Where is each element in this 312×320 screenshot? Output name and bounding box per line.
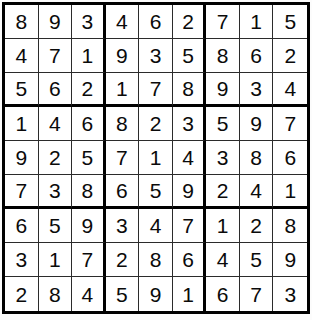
- sudoku-cell-r5c1[interactable]: 9: [5, 141, 39, 175]
- sudoku-cell-r1c3[interactable]: 3: [72, 5, 106, 39]
- sudoku-cell-r4c6[interactable]: 3: [173, 107, 207, 141]
- sudoku-cell-r7c8[interactable]: 2: [240, 209, 274, 243]
- sudoku-cell-r7c2[interactable]: 5: [39, 209, 73, 243]
- sudoku-cell-r9c9[interactable]: 3: [273, 277, 307, 311]
- sudoku-cell-r1c6[interactable]: 2: [173, 5, 207, 39]
- sudoku-cell-r4c2[interactable]: 4: [39, 107, 73, 141]
- sudoku-cell-r8c1[interactable]: 3: [5, 243, 39, 277]
- sudoku-cell-r3c7[interactable]: 9: [206, 73, 240, 107]
- sudoku-cell-r6c7[interactable]: 2: [206, 175, 240, 209]
- sudoku-cell-r8c4[interactable]: 2: [106, 243, 140, 277]
- sudoku-cell-r7c1[interactable]: 6: [5, 209, 39, 243]
- sudoku-cell-r5c8[interactable]: 8: [240, 141, 274, 175]
- sudoku-cell-r5c6[interactable]: 4: [173, 141, 207, 175]
- sudoku-cell-r4c3[interactable]: 6: [72, 107, 106, 141]
- sudoku-cell-r6c5[interactable]: 5: [139, 175, 173, 209]
- sudoku-cell-r2c8[interactable]: 6: [240, 39, 274, 73]
- sudoku-cell-r9c3[interactable]: 4: [72, 277, 106, 311]
- sudoku-cell-r6c3[interactable]: 8: [72, 175, 106, 209]
- sudoku-cell-r5c9[interactable]: 6: [273, 141, 307, 175]
- sudoku-cell-r7c5[interactable]: 4: [139, 209, 173, 243]
- sudoku-cell-r6c9[interactable]: 1: [273, 175, 307, 209]
- sudoku-cell-r2c4[interactable]: 9: [106, 39, 140, 73]
- sudoku-cell-r4c8[interactable]: 9: [240, 107, 274, 141]
- sudoku-cell-r3c4[interactable]: 1: [106, 73, 140, 107]
- sudoku-cell-r9c8[interactable]: 7: [240, 277, 274, 311]
- sudoku-cell-r2c3[interactable]: 1: [72, 39, 106, 73]
- sudoku-cell-r7c3[interactable]: 9: [72, 209, 106, 243]
- sudoku-cell-r5c4[interactable]: 7: [106, 141, 140, 175]
- sudoku-cell-r6c1[interactable]: 7: [5, 175, 39, 209]
- sudoku-cell-r4c5[interactable]: 2: [139, 107, 173, 141]
- sudoku-cell-r8c3[interactable]: 7: [72, 243, 106, 277]
- sudoku-cell-r5c7[interactable]: 3: [206, 141, 240, 175]
- sudoku-cell-r2c2[interactable]: 7: [39, 39, 73, 73]
- sudoku-cell-r9c2[interactable]: 8: [39, 277, 73, 311]
- sudoku-cell-r9c6[interactable]: 1: [173, 277, 207, 311]
- sudoku-cell-r8c8[interactable]: 5: [240, 243, 274, 277]
- sudoku-cell-r2c9[interactable]: 2: [273, 39, 307, 73]
- sudoku-cell-r5c3[interactable]: 5: [72, 141, 106, 175]
- sudoku-cell-r9c1[interactable]: 2: [5, 277, 39, 311]
- sudoku-cell-r3c2[interactable]: 6: [39, 73, 73, 107]
- sudoku-cell-r7c6[interactable]: 7: [173, 209, 207, 243]
- sudoku-cell-r1c9[interactable]: 5: [273, 5, 307, 39]
- sudoku-cell-r3c1[interactable]: 5: [5, 73, 39, 107]
- sudoku-cell-r3c8[interactable]: 3: [240, 73, 274, 107]
- sudoku-cell-r9c7[interactable]: 6: [206, 277, 240, 311]
- sudoku-cell-r2c7[interactable]: 8: [206, 39, 240, 73]
- sudoku-cell-r8c5[interactable]: 8: [139, 243, 173, 277]
- sudoku-cell-r1c8[interactable]: 1: [240, 5, 274, 39]
- sudoku-cell-r1c5[interactable]: 6: [139, 5, 173, 39]
- sudoku-cell-r4c7[interactable]: 5: [206, 107, 240, 141]
- sudoku-app: 8934627154719358625621789341468235979257…: [0, 0, 312, 320]
- sudoku-cell-r6c8[interactable]: 4: [240, 175, 274, 209]
- sudoku-cell-r2c5[interactable]: 3: [139, 39, 173, 73]
- sudoku-cell-r7c7[interactable]: 1: [206, 209, 240, 243]
- sudoku-cell-r3c9[interactable]: 4: [273, 73, 307, 107]
- sudoku-cell-r6c4[interactable]: 6: [106, 175, 140, 209]
- sudoku-cell-r2c1[interactable]: 4: [5, 39, 39, 73]
- sudoku-cell-r3c3[interactable]: 2: [72, 73, 106, 107]
- sudoku-cell-r8c2[interactable]: 1: [39, 243, 73, 277]
- sudoku-cell-r1c4[interactable]: 4: [106, 5, 140, 39]
- sudoku-cell-r1c1[interactable]: 8: [5, 5, 39, 39]
- sudoku-cell-r1c2[interactable]: 9: [39, 5, 73, 39]
- sudoku-cell-r3c6[interactable]: 8: [173, 73, 207, 107]
- sudoku-cell-r8c6[interactable]: 6: [173, 243, 207, 277]
- sudoku-cell-r8c9[interactable]: 9: [273, 243, 307, 277]
- sudoku-cell-r5c5[interactable]: 1: [139, 141, 173, 175]
- sudoku-cell-r6c6[interactable]: 9: [173, 175, 207, 209]
- sudoku-cell-r3c5[interactable]: 7: [139, 73, 173, 107]
- sudoku-cell-r9c4[interactable]: 5: [106, 277, 140, 311]
- sudoku-cell-r7c9[interactable]: 8: [273, 209, 307, 243]
- sudoku-cell-r4c1[interactable]: 1: [5, 107, 39, 141]
- sudoku-cell-r1c7[interactable]: 7: [206, 5, 240, 39]
- sudoku-board: 8934627154719358625621789341468235979257…: [2, 2, 310, 314]
- sudoku-cell-r4c9[interactable]: 7: [273, 107, 307, 141]
- sudoku-cell-r8c7[interactable]: 4: [206, 243, 240, 277]
- sudoku-cell-r4c4[interactable]: 8: [106, 107, 140, 141]
- sudoku-cell-r2c6[interactable]: 5: [173, 39, 207, 73]
- sudoku-cell-r5c2[interactable]: 2: [39, 141, 73, 175]
- sudoku-cell-r7c4[interactable]: 3: [106, 209, 140, 243]
- sudoku-cell-r9c5[interactable]: 9: [139, 277, 173, 311]
- sudoku-cell-r6c2[interactable]: 3: [39, 175, 73, 209]
